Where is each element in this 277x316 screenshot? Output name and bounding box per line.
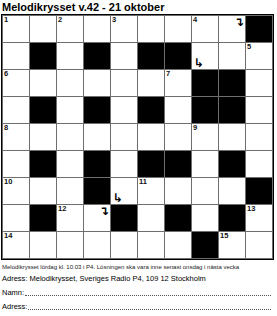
cell-r7c1[interactable]: 10 bbox=[3, 178, 29, 204]
cell-r5c5[interactable] bbox=[111, 124, 137, 150]
clue-number-15: 15 bbox=[220, 232, 228, 240]
cell-r7c2[interactable] bbox=[30, 178, 56, 204]
cell-r2c5[interactable] bbox=[111, 43, 137, 69]
cell-r7c8[interactable] bbox=[192, 178, 218, 204]
cell-r2c1[interactable] bbox=[3, 43, 29, 69]
cell-r7c5[interactable]: ↳ bbox=[111, 178, 137, 204]
cell-r3c3[interactable] bbox=[57, 70, 83, 96]
adress-label: Adress: bbox=[2, 303, 27, 311]
cell-r5c1[interactable]: 8 bbox=[3, 124, 29, 150]
cell-r8c4[interactable]: ↴ bbox=[84, 205, 110, 231]
black-cell-r2c6 bbox=[138, 43, 164, 69]
cell-r9c7[interactable] bbox=[165, 232, 191, 258]
cell-r5c9[interactable] bbox=[219, 124, 245, 150]
cell-r4c10[interactable] bbox=[246, 97, 272, 123]
cell-r7c9[interactable] bbox=[219, 178, 245, 204]
clue-number-10: 10 bbox=[4, 178, 12, 186]
cell-r2c9[interactable] bbox=[219, 43, 245, 69]
black-cell-r6c4 bbox=[84, 151, 110, 177]
cell-r3c6[interactable] bbox=[138, 70, 164, 96]
cell-r7c6[interactable]: 11 bbox=[138, 178, 164, 204]
cell-r5c4[interactable] bbox=[84, 124, 110, 150]
black-cell-r2c7 bbox=[165, 43, 191, 69]
clue-number-5: 5 bbox=[247, 43, 251, 51]
cell-r1c3[interactable]: 2 bbox=[57, 16, 83, 42]
black-cell-r8c7 bbox=[165, 205, 191, 231]
adress-entry-row: Adress: bbox=[2, 303, 273, 311]
cell-r8c8[interactable] bbox=[192, 205, 218, 231]
clue-number-12: 12 bbox=[58, 205, 66, 213]
cell-r3c4[interactable] bbox=[84, 70, 110, 96]
black-cell-r7c4 bbox=[84, 178, 110, 204]
cell-r4c1[interactable] bbox=[3, 97, 29, 123]
cell-r1c5[interactable]: 3 bbox=[111, 16, 137, 42]
cell-r8c10[interactable]: 13 bbox=[246, 205, 272, 231]
clue-number-14: 14 bbox=[4, 232, 12, 240]
cell-r7c7[interactable] bbox=[165, 178, 191, 204]
cell-r1c9[interactable]: ↴ bbox=[219, 16, 245, 42]
cell-r5c6[interactable] bbox=[138, 124, 164, 150]
clue-number-9: 9 bbox=[193, 124, 197, 132]
cell-r3c5[interactable] bbox=[111, 70, 137, 96]
cell-r9c6[interactable] bbox=[138, 232, 164, 258]
cell-r2c3[interactable] bbox=[57, 43, 83, 69]
clue-number-1: 1 bbox=[4, 16, 8, 24]
direction-arrow-icon: ↴ bbox=[234, 17, 244, 27]
cell-r8c6[interactable] bbox=[138, 205, 164, 231]
mailing-address: Adress: Melodikrysset, Sveriges Radio P4… bbox=[2, 274, 273, 283]
black-cell-r8c2 bbox=[30, 205, 56, 231]
black-cell-r3c9 bbox=[219, 70, 245, 96]
cell-r8c1[interactable] bbox=[3, 205, 29, 231]
cell-r1c1[interactable]: 1 bbox=[3, 16, 29, 42]
direction-arrow-icon: ↴ bbox=[99, 206, 109, 216]
clue-number-4: 4 bbox=[193, 16, 197, 24]
black-cell-r6c7 bbox=[165, 151, 191, 177]
cell-r1c2[interactable] bbox=[30, 16, 56, 42]
cell-r7c3[interactable] bbox=[57, 178, 83, 204]
black-cell-r4c4 bbox=[84, 97, 110, 123]
cell-r6c5[interactable] bbox=[111, 151, 137, 177]
clue-number-3: 3 bbox=[112, 16, 116, 24]
black-cell-r8c9 bbox=[219, 205, 245, 231]
cell-r9c9[interactable]: 15 bbox=[219, 232, 245, 258]
cell-r5c2[interactable] bbox=[30, 124, 56, 150]
black-cell-r4c6 bbox=[138, 97, 164, 123]
cell-r9c5[interactable] bbox=[111, 232, 137, 258]
black-cell-r6c2 bbox=[30, 151, 56, 177]
cell-r9c10[interactable] bbox=[246, 232, 272, 258]
black-cell-r6c6 bbox=[138, 151, 164, 177]
cell-r8c3[interactable]: 12 bbox=[57, 205, 83, 231]
clue-number-13: 13 bbox=[247, 205, 255, 213]
clue-number-6: 6 bbox=[4, 70, 8, 78]
clue-number-11: 11 bbox=[139, 178, 147, 186]
cell-r2c8[interactable]: ↳ bbox=[192, 43, 218, 69]
cell-r9c1[interactable]: 14 bbox=[3, 232, 29, 258]
name-entry-row: Namn: bbox=[2, 289, 273, 297]
black-cell-r7c10 bbox=[246, 178, 272, 204]
name-label: Namn: bbox=[2, 289, 24, 297]
cell-r4c5[interactable] bbox=[111, 97, 137, 123]
black-cell-r4c9 bbox=[219, 97, 245, 123]
cell-r4c3[interactable] bbox=[57, 97, 83, 123]
black-cell-r2c4 bbox=[84, 43, 110, 69]
cell-r6c3[interactable] bbox=[57, 151, 83, 177]
cell-r1c4[interactable] bbox=[84, 16, 110, 42]
cell-r1c6[interactable] bbox=[138, 16, 164, 42]
black-cell-r1c10 bbox=[246, 16, 272, 42]
cell-r5c10[interactable] bbox=[246, 124, 272, 150]
cell-r1c7[interactable] bbox=[165, 16, 191, 42]
name-input-line[interactable] bbox=[25, 294, 271, 296]
broadcast-info: Melodikrysset lördag kl. 10.03 i P4. Lös… bbox=[2, 264, 273, 270]
page-title: Melodikrysset v.42 - 21 oktober bbox=[0, 0, 277, 14]
direction-arrow-icon: ↳ bbox=[194, 58, 204, 68]
cell-r9c4[interactable] bbox=[84, 232, 110, 258]
cell-r3c2[interactable] bbox=[30, 70, 56, 96]
cell-r5c7[interactable] bbox=[165, 124, 191, 150]
cell-r1c8[interactable]: 4 bbox=[192, 16, 218, 42]
cell-r5c3[interactable] bbox=[57, 124, 83, 150]
black-cell-r8c5 bbox=[111, 205, 137, 231]
cell-r3c7[interactable]: 7 bbox=[165, 70, 191, 96]
clue-number-8: 8 bbox=[4, 124, 8, 132]
black-cell-r4c8 bbox=[192, 97, 218, 123]
cell-r6c1[interactable] bbox=[3, 151, 29, 177]
crossword-grid: 1234↴↳5678910↳1112↴131415 bbox=[1, 14, 274, 260]
black-cell-r2c2 bbox=[30, 43, 56, 69]
cell-r4c7[interactable] bbox=[165, 97, 191, 123]
cell-r2c10[interactable]: 5 bbox=[246, 43, 272, 69]
black-cell-r3c8 bbox=[192, 70, 218, 96]
footer: Melodikrysset lördag kl. 10.03 i P4. Lös… bbox=[2, 262, 273, 316]
black-cell-r4c2 bbox=[30, 97, 56, 123]
cell-r6c8[interactable] bbox=[192, 151, 218, 177]
cell-r5c8[interactable]: 9 bbox=[192, 124, 218, 150]
cell-r9c3[interactable] bbox=[57, 232, 83, 258]
black-cell-r9c8 bbox=[192, 232, 218, 258]
cell-r3c1[interactable]: 6 bbox=[3, 70, 29, 96]
direction-arrow-icon: ↳ bbox=[113, 193, 123, 203]
clue-number-2: 2 bbox=[58, 16, 62, 24]
cell-r9c2[interactable] bbox=[30, 232, 56, 258]
black-cell-r6c9 bbox=[219, 151, 245, 177]
adress-input-line[interactable] bbox=[28, 308, 271, 310]
cell-r3c10[interactable] bbox=[246, 70, 272, 96]
clue-number-7: 7 bbox=[166, 70, 170, 78]
cell-r6c10[interactable] bbox=[246, 151, 272, 177]
